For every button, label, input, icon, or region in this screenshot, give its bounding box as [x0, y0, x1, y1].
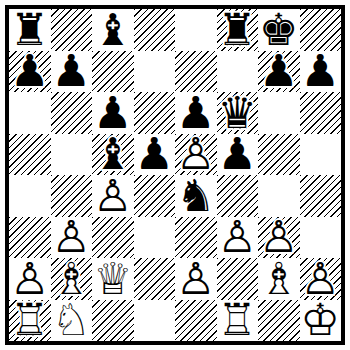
square-g6[interactable]	[258, 92, 300, 134]
square-f4[interactable]	[217, 175, 259, 217]
square-a2[interactable]: ♟♙	[9, 258, 51, 300]
square-g8[interactable]: ♚♚	[258, 9, 300, 51]
square-b1[interactable]: ♞♘	[51, 300, 93, 342]
piece-white-bishop: ♗	[51, 258, 93, 300]
square-f2[interactable]	[217, 258, 259, 300]
square-f1[interactable]: ♜♖	[217, 300, 259, 342]
piece-halo: ♟	[134, 134, 176, 176]
square-c3[interactable]	[92, 217, 134, 259]
piece-white-queen: ♕	[92, 258, 134, 300]
piece-halo: ♟	[300, 51, 342, 93]
square-f6[interactable]: ♛♛	[217, 92, 259, 134]
square-g1[interactable]	[258, 300, 300, 342]
square-h4[interactable]	[300, 175, 342, 217]
piece-halo: ♛	[92, 258, 134, 300]
piece-halo: ♟	[300, 258, 342, 300]
piece-black-pawn: ♟	[175, 92, 217, 134]
piece-halo: ♟	[51, 51, 93, 93]
piece-white-pawn: ♙	[300, 258, 342, 300]
square-c5[interactable]: ♝♝	[92, 134, 134, 176]
square-d3[interactable]	[134, 217, 176, 259]
square-a4[interactable]	[9, 175, 51, 217]
piece-white-king: ♔	[300, 300, 342, 342]
piece-halo: ♟	[9, 51, 51, 93]
square-d5[interactable]: ♟♟	[134, 134, 176, 176]
square-f5[interactable]: ♟♟	[217, 134, 259, 176]
square-e7[interactable]	[175, 51, 217, 93]
piece-halo: ♟	[258, 217, 300, 259]
square-g4[interactable]	[258, 175, 300, 217]
piece-halo: ♞	[51, 300, 93, 342]
square-a6[interactable]	[9, 92, 51, 134]
piece-black-queen: ♛	[217, 92, 259, 134]
piece-halo: ♚	[258, 9, 300, 51]
piece-halo: ♛	[217, 92, 259, 134]
piece-halo: ♟	[92, 92, 134, 134]
piece-black-pawn: ♟	[300, 51, 342, 93]
piece-halo: ♜	[217, 9, 259, 51]
piece-black-king: ♚	[258, 9, 300, 51]
piece-halo: ♝	[92, 134, 134, 176]
square-g5[interactable]	[258, 134, 300, 176]
square-h7[interactable]: ♟♟	[300, 51, 342, 93]
piece-halo: ♟	[217, 217, 259, 259]
square-b3[interactable]: ♟♙	[51, 217, 93, 259]
piece-white-pawn: ♙	[51, 217, 93, 259]
piece-black-pawn: ♟	[92, 92, 134, 134]
piece-halo: ♟	[51, 217, 93, 259]
square-c8[interactable]: ♝♝	[92, 9, 134, 51]
square-g2[interactable]: ♝♗	[258, 258, 300, 300]
square-h5[interactable]	[300, 134, 342, 176]
piece-black-bishop: ♝	[92, 134, 134, 176]
board-border: ♜♜♝♝♜♜♚♚♟♟♟♟♟♟♟♟♟♟♟♟♛♛♝♝♟♟♟♙♟♟♟♙♞♞♟♙♟♙♟♙…	[5, 5, 345, 345]
piece-black-pawn: ♟	[51, 51, 93, 93]
piece-halo: ♞	[175, 175, 217, 217]
piece-black-knight: ♞	[175, 175, 217, 217]
piece-halo: ♟	[175, 258, 217, 300]
piece-halo: ♟	[175, 134, 217, 176]
piece-white-pawn: ♙	[9, 258, 51, 300]
square-h2[interactable]: ♟♙	[300, 258, 342, 300]
square-b8[interactable]	[51, 9, 93, 51]
piece-halo: ♝	[258, 258, 300, 300]
piece-halo: ♜	[9, 300, 51, 342]
square-e3[interactable]	[175, 217, 217, 259]
piece-halo: ♟	[175, 92, 217, 134]
square-d6[interactable]	[134, 92, 176, 134]
piece-white-pawn: ♙	[175, 258, 217, 300]
piece-white-knight: ♘	[51, 300, 93, 342]
square-e8[interactable]	[175, 9, 217, 51]
piece-black-rook: ♜	[217, 9, 259, 51]
piece-white-pawn: ♙	[92, 175, 134, 217]
square-e2[interactable]: ♟♙	[175, 258, 217, 300]
square-e4[interactable]: ♞♞	[175, 175, 217, 217]
square-h6[interactable]	[300, 92, 342, 134]
piece-halo: ♟	[92, 175, 134, 217]
piece-halo: ♟	[9, 258, 51, 300]
piece-halo: ♟	[217, 134, 259, 176]
square-c7[interactable]	[92, 51, 134, 93]
square-b7[interactable]: ♟♟	[51, 51, 93, 93]
piece-white-rook: ♖	[217, 300, 259, 342]
square-d2[interactable]	[134, 258, 176, 300]
square-c1[interactable]	[92, 300, 134, 342]
square-d1[interactable]	[134, 300, 176, 342]
square-b6[interactable]	[51, 92, 93, 134]
piece-white-rook: ♖	[9, 300, 51, 342]
square-b5[interactable]	[51, 134, 93, 176]
square-a7[interactable]: ♟♟	[9, 51, 51, 93]
chess-board: ♜♜♝♝♜♜♚♚♟♟♟♟♟♟♟♟♟♟♟♟♛♛♝♝♟♟♟♙♟♟♟♙♞♞♟♙♟♙♟♙…	[9, 9, 341, 341]
piece-black-pawn: ♟	[9, 51, 51, 93]
square-d7[interactable]	[134, 51, 176, 93]
piece-black-bishop: ♝	[92, 9, 134, 51]
square-a8[interactable]: ♜♜	[9, 9, 51, 51]
square-a5[interactable]	[9, 134, 51, 176]
square-c6[interactable]: ♟♟	[92, 92, 134, 134]
piece-white-pawn: ♙	[217, 217, 259, 259]
piece-halo: ♚	[300, 300, 342, 342]
square-f7[interactable]	[217, 51, 259, 93]
square-d4[interactable]	[134, 175, 176, 217]
square-b4[interactable]	[51, 175, 93, 217]
square-f3[interactable]: ♟♙	[217, 217, 259, 259]
square-h3[interactable]	[300, 217, 342, 259]
piece-halo: ♝	[92, 9, 134, 51]
piece-black-pawn: ♟	[217, 134, 259, 176]
square-a3[interactable]	[9, 217, 51, 259]
piece-black-rook: ♜	[9, 9, 51, 51]
piece-halo: ♝	[51, 258, 93, 300]
square-h1[interactable]: ♚♔	[300, 300, 342, 342]
square-d8[interactable]	[134, 9, 176, 51]
square-e6[interactable]: ♟♟	[175, 92, 217, 134]
piece-halo: ♜	[217, 300, 259, 342]
square-c2[interactable]: ♛♕	[92, 258, 134, 300]
square-h8[interactable]	[300, 9, 342, 51]
square-e1[interactable]	[175, 300, 217, 342]
square-c4[interactable]: ♟♙	[92, 175, 134, 217]
square-g7[interactable]: ♟♟	[258, 51, 300, 93]
square-g3[interactable]: ♟♙	[258, 217, 300, 259]
piece-halo: ♟	[258, 51, 300, 93]
piece-black-pawn: ♟	[258, 51, 300, 93]
piece-white-bishop: ♗	[258, 258, 300, 300]
square-e5[interactable]: ♟♙	[175, 134, 217, 176]
piece-black-pawn: ♟	[134, 134, 176, 176]
piece-halo: ♜	[9, 9, 51, 51]
piece-white-pawn: ♙	[175, 134, 217, 176]
square-a1[interactable]: ♜♖	[9, 300, 51, 342]
chess-diagram: ♜♜♝♝♜♜♚♚♟♟♟♟♟♟♟♟♟♟♟♟♛♛♝♝♟♟♟♙♟♟♟♙♞♞♟♙♟♙♟♙…	[0, 0, 350, 350]
piece-white-pawn: ♙	[258, 217, 300, 259]
square-b2[interactable]: ♝♗	[51, 258, 93, 300]
square-f8[interactable]: ♜♜	[217, 9, 259, 51]
